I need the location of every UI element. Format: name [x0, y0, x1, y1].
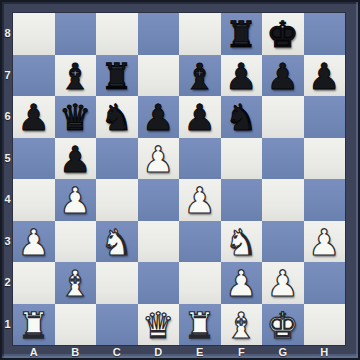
square-e5[interactable] — [179, 138, 221, 180]
file-label-c: C — [96, 345, 138, 360]
square-g5[interactable] — [262, 138, 304, 180]
square-b7[interactable]: ♝ — [55, 55, 97, 97]
square-f3[interactable]: ♞ — [221, 221, 263, 263]
square-g7[interactable]: ♟ — [262, 55, 304, 97]
piece-white-pawn-a3[interactable]: ♟ — [18, 222, 50, 261]
piece-black-rook-c7[interactable]: ♜ — [101, 56, 133, 95]
piece-black-king-g8[interactable]: ♚ — [267, 14, 299, 53]
file-label-f: F — [221, 345, 263, 360]
rank-label-6: 6 — [2, 96, 13, 138]
piece-black-pawn-f7[interactable]: ♟ — [225, 56, 257, 95]
square-c3[interactable]: ♞ — [96, 221, 138, 263]
square-b4[interactable]: ♟ — [55, 179, 97, 221]
piece-black-pawn-g7[interactable]: ♟ — [267, 56, 299, 95]
square-d1[interactable]: ♛ — [138, 304, 180, 346]
square-a1[interactable]: ♜ — [13, 304, 55, 346]
square-g1[interactable]: ♚ — [262, 304, 304, 346]
square-g3[interactable] — [262, 221, 304, 263]
square-c1[interactable] — [96, 304, 138, 346]
piece-black-pawn-d6[interactable]: ♟ — [142, 97, 174, 136]
file-label-a: A — [13, 345, 55, 360]
rank-label-1: 1 — [2, 304, 13, 346]
piece-white-queen-d1[interactable]: ♛ — [142, 305, 174, 344]
piece-white-knight-c3[interactable]: ♞ — [101, 222, 133, 261]
square-h7[interactable]: ♟ — [304, 55, 346, 97]
rank-label-2: 2 — [2, 262, 13, 304]
square-g8[interactable]: ♚ — [262, 13, 304, 55]
file-label-h: H — [304, 345, 346, 360]
square-h3[interactable]: ♟ — [304, 221, 346, 263]
rank-label-4: 4 — [2, 179, 13, 221]
piece-white-knight-f3[interactable]: ♞ — [225, 222, 257, 261]
square-h8[interactable] — [304, 13, 346, 55]
square-a4[interactable] — [13, 179, 55, 221]
file-label-d: D — [138, 345, 180, 360]
square-e4[interactable]: ♟ — [179, 179, 221, 221]
piece-white-pawn-b4[interactable]: ♟ — [59, 180, 91, 219]
piece-white-king-g1[interactable]: ♚ — [267, 305, 299, 344]
square-f1[interactable]: ♝ — [221, 304, 263, 346]
square-d2[interactable] — [138, 262, 180, 304]
square-f5[interactable] — [221, 138, 263, 180]
square-c5[interactable] — [96, 138, 138, 180]
rank-label-7: 7 — [2, 55, 13, 97]
square-b3[interactable] — [55, 221, 97, 263]
piece-black-bishop-e7[interactable]: ♝ — [184, 56, 216, 95]
square-g2[interactable]: ♟ — [262, 262, 304, 304]
piece-white-bishop-b2[interactable]: ♝ — [59, 263, 91, 302]
piece-white-pawn-f2[interactable]: ♟ — [225, 263, 257, 302]
square-a6[interactable]: ♟ — [13, 96, 55, 138]
square-f6[interactable]: ♞ — [221, 96, 263, 138]
piece-black-pawn-b5[interactable]: ♟ — [59, 139, 91, 178]
file-label-g: G — [262, 345, 304, 360]
square-a8[interactable] — [13, 13, 55, 55]
piece-white-pawn-d5[interactable]: ♟ — [142, 139, 174, 178]
square-c8[interactable] — [96, 13, 138, 55]
rank-label-8: 8 — [2, 13, 13, 55]
square-b6[interactable]: ♛ — [55, 96, 97, 138]
square-c7[interactable]: ♜ — [96, 55, 138, 97]
square-h4[interactable] — [304, 179, 346, 221]
square-f7[interactable]: ♟ — [221, 55, 263, 97]
piece-white-bishop-f1[interactable]: ♝ — [225, 305, 257, 344]
chess-board: ♜♚♝♜♝♟♟♟♟♛♞♟♟♞♟♟♟♟♟♞♞♟♝♟♟♜♛♜♝♚ — [13, 13, 345, 345]
square-d6[interactable]: ♟ — [138, 96, 180, 138]
piece-white-pawn-e4[interactable]: ♟ — [184, 180, 216, 219]
square-b8[interactable] — [55, 13, 97, 55]
chess-board-frame: ♜♚♝♜♝♟♟♟♟♛♞♟♟♞♟♟♟♟♟♞♞♟♝♟♟♜♛♜♝♚ 87654321 … — [0, 0, 360, 360]
square-a5[interactable] — [13, 138, 55, 180]
square-d8[interactable] — [138, 13, 180, 55]
square-a2[interactable] — [13, 262, 55, 304]
piece-black-pawn-a6[interactable]: ♟ — [18, 97, 50, 136]
file-label-b: B — [55, 345, 97, 360]
piece-black-queen-b6[interactable]: ♛ — [59, 97, 91, 136]
square-e1[interactable]: ♜ — [179, 304, 221, 346]
square-g4[interactable] — [262, 179, 304, 221]
square-e8[interactable] — [179, 13, 221, 55]
square-b2[interactable]: ♝ — [55, 262, 97, 304]
square-h5[interactable] — [304, 138, 346, 180]
piece-white-pawn-g2[interactable]: ♟ — [267, 263, 299, 302]
rank-label-5: 5 — [2, 138, 13, 180]
square-a7[interactable] — [13, 55, 55, 97]
square-c2[interactable] — [96, 262, 138, 304]
piece-black-rook-f8[interactable]: ♜ — [225, 14, 257, 53]
square-e7[interactable]: ♝ — [179, 55, 221, 97]
piece-white-rook-e1[interactable]: ♜ — [184, 305, 216, 344]
piece-black-knight-f6[interactable]: ♞ — [225, 97, 257, 136]
square-c6[interactable]: ♞ — [96, 96, 138, 138]
square-c4[interactable] — [96, 179, 138, 221]
square-d5[interactable]: ♟ — [138, 138, 180, 180]
square-e3[interactable] — [179, 221, 221, 263]
piece-black-pawn-e6[interactable]: ♟ — [184, 97, 216, 136]
square-d7[interactable] — [138, 55, 180, 97]
square-d3[interactable] — [138, 221, 180, 263]
file-label-e: E — [179, 345, 221, 360]
square-f4[interactable] — [221, 179, 263, 221]
square-b5[interactable]: ♟ — [55, 138, 97, 180]
square-h6[interactable] — [304, 96, 346, 138]
square-f2[interactable]: ♟ — [221, 262, 263, 304]
square-h2[interactable] — [304, 262, 346, 304]
piece-black-pawn-h7[interactable]: ♟ — [308, 56, 340, 95]
square-f8[interactable]: ♜ — [221, 13, 263, 55]
square-e2[interactable] — [179, 262, 221, 304]
piece-black-bishop-b7[interactable]: ♝ — [59, 56, 91, 95]
square-b1[interactable] — [55, 304, 97, 346]
square-h1[interactable] — [304, 304, 346, 346]
square-e6[interactable]: ♟ — [179, 96, 221, 138]
piece-white-rook-a1[interactable]: ♜ — [18, 305, 50, 344]
square-a3[interactable]: ♟ — [13, 221, 55, 263]
square-g6[interactable] — [262, 96, 304, 138]
piece-white-pawn-h3[interactable]: ♟ — [308, 222, 340, 261]
square-d4[interactable] — [138, 179, 180, 221]
piece-black-knight-c6[interactable]: ♞ — [101, 97, 133, 136]
rank-label-3: 3 — [2, 221, 13, 263]
